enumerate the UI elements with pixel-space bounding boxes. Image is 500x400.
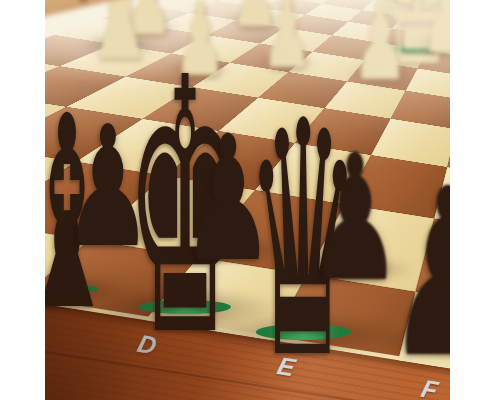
black-pieces-layer: ♝♟♚♟♛♟♟	[45, 0, 450, 400]
chess-photo: ♟♟♝♚♟♟♟♟ DEF ♝♟♚♟♛♟♟	[45, 0, 450, 400]
photo-canvas: ♟♟♝♚♟♟♟♟ DEF ♝♟♚♟♛♟♟	[0, 0, 500, 400]
black-pawn-icon: ♟	[386, 158, 450, 390]
